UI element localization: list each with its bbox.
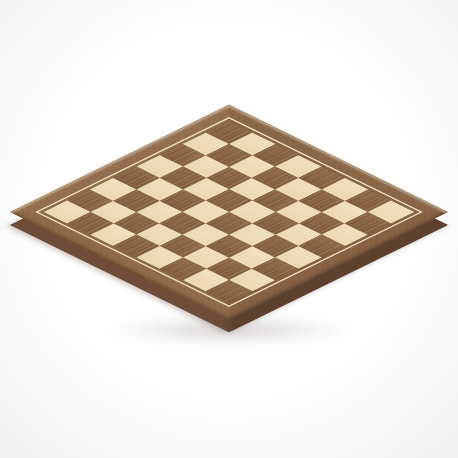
board-top-face bbox=[10, 105, 448, 320]
chess-board bbox=[74, 57, 384, 367]
photo-background bbox=[0, 0, 458, 458]
board-grid bbox=[44, 121, 415, 303]
